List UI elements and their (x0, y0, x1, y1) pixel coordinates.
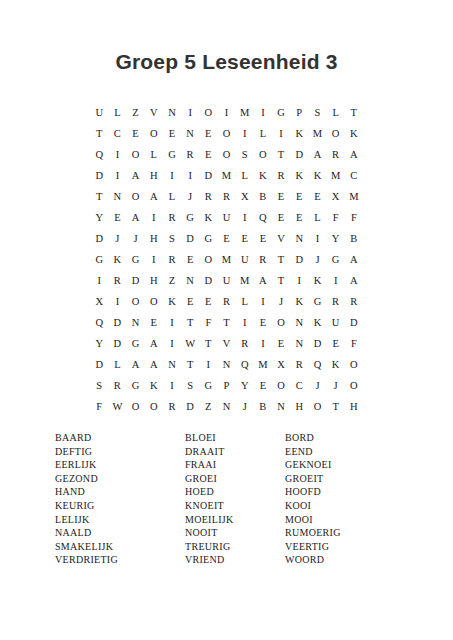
grid-cell[interactable]: L (145, 145, 163, 166)
grid-cell[interactable]: M (217, 250, 235, 271)
grid-cell[interactable]: O (217, 145, 235, 166)
grid-cell[interactable]: I (236, 124, 254, 145)
grid-cell[interactable]: A (145, 334, 163, 355)
word-list-item: VRIEND (185, 553, 234, 567)
grid-cell[interactable]: I (145, 250, 163, 271)
grid-cell[interactable]: R (163, 208, 181, 229)
word-list-item: RUMOERIG (285, 526, 341, 540)
grid-cell[interactable]: G (90, 250, 108, 271)
grid-cell[interactable]: M (236, 271, 254, 292)
word-list-item: FRAAI (185, 458, 234, 472)
grid-cell[interactable]: R (199, 187, 217, 208)
grid-cell[interactable]: A (308, 145, 326, 166)
grid-cell[interactable]: D (90, 166, 108, 187)
grid-cell[interactable]: K (199, 208, 217, 229)
grid-cell[interactable]: T (199, 334, 217, 355)
grid-cell[interactable]: J (108, 229, 126, 250)
grid-cell[interactable]: R (217, 187, 235, 208)
grid-cell[interactable]: I (145, 208, 163, 229)
grid-cell[interactable]: N (217, 397, 235, 418)
grid-cell[interactable]: L (236, 292, 254, 313)
grid-cell[interactable]: V (217, 334, 235, 355)
word-list-item: BLOEI (185, 431, 234, 445)
grid-cell[interactable]: G (126, 376, 144, 397)
grid-cell[interactable]: N (290, 334, 308, 355)
grid-cell[interactable]: Z (163, 271, 181, 292)
grid-cell[interactable]: O (145, 397, 163, 418)
grid-cell[interactable]: P (217, 376, 235, 397)
word-list-item: GEZOND (55, 472, 118, 486)
grid-cell[interactable]: E (126, 124, 144, 145)
grid-cell[interactable]: E (181, 292, 199, 313)
grid-cell[interactable]: R (108, 376, 126, 397)
grid-cell[interactable]: F (90, 397, 108, 418)
grid-cell[interactable]: L (108, 355, 126, 376)
grid-cell[interactable]: O (126, 145, 144, 166)
grid-cell[interactable]: E (108, 208, 126, 229)
grid-cell[interactable]: D (181, 397, 199, 418)
grid-cell[interactable]: I (199, 355, 217, 376)
grid-cell[interactable]: Y (236, 376, 254, 397)
grid-cell[interactable]: A (345, 145, 363, 166)
grid-cell[interactable]: U (236, 250, 254, 271)
grid-cell[interactable]: W (181, 334, 199, 355)
grid-cell[interactable]: J (181, 187, 199, 208)
grid-cell[interactable]: E (272, 334, 290, 355)
grid-cell[interactable]: A (126, 355, 144, 376)
grid-cell[interactable]: O (254, 145, 272, 166)
grid-cell[interactable]: A (345, 271, 363, 292)
grid-cell[interactable]: Q (308, 355, 326, 376)
grid-cell[interactable]: I (272, 124, 290, 145)
grid-cell[interactable]: Q (90, 313, 108, 334)
grid-cell[interactable]: I (163, 376, 181, 397)
grid-cell[interactable]: E (254, 313, 272, 334)
grid-cell[interactable]: I (90, 271, 108, 292)
grid-cell[interactable]: N (108, 187, 126, 208)
grid-cell[interactable]: L (108, 103, 126, 124)
grid-cell[interactable]: D (308, 334, 326, 355)
grid-cell[interactable]: H (290, 397, 308, 418)
grid-cell[interactable]: I (290, 271, 308, 292)
grid-cell[interactable]: X (327, 187, 345, 208)
grid-cell[interactable]: I (236, 208, 254, 229)
word-list-item: NAALD (55, 526, 118, 540)
grid-cell[interactable]: I (217, 103, 235, 124)
grid-cell[interactable]: I (108, 292, 126, 313)
grid-cell[interactable]: M (217, 166, 235, 187)
word-list-column: BAARDDEFTIGEERLIJKGEZONDHANDKEURIGLELIJK… (55, 431, 118, 567)
grid-cell[interactable]: D (199, 166, 217, 187)
grid-cell[interactable]: V (272, 229, 290, 250)
grid-cell[interactable]: I (163, 166, 181, 187)
grid-cell[interactable]: R (327, 292, 345, 313)
grid-cell[interactable]: E (145, 313, 163, 334)
grid-cell[interactable]: J (272, 292, 290, 313)
grid-cell[interactable]: O (199, 103, 217, 124)
word-list-item: HOOFD (285, 485, 341, 499)
word-search-grid: ULZVNIOIMIGPSLTTCEOENEOILIKMOKQIOLGREOSO… (0, 103, 453, 418)
grid-cell[interactable]: U (90, 103, 108, 124)
word-list-column: BORDEENDGEKNOEIGROEITHOOFDKOOIMOOIRUMOER… (285, 431, 341, 567)
word-list-item: HAND (55, 485, 118, 499)
grid-cell[interactable]: H (145, 271, 163, 292)
grid-cell[interactable]: H (345, 397, 363, 418)
grid-cell[interactable]: T (272, 250, 290, 271)
grid-cell[interactable]: E (290, 208, 308, 229)
grid-cell[interactable]: E (254, 229, 272, 250)
grid-cell[interactable]: B (345, 229, 363, 250)
word-list-item: GEKNOEI (285, 458, 341, 472)
word-list-item: BORD (285, 431, 341, 445)
grid-cell[interactable]: G (126, 334, 144, 355)
grid-cell[interactable]: L (254, 124, 272, 145)
grid-cell[interactable]: J (126, 229, 144, 250)
grid-cell[interactable]: E (199, 292, 217, 313)
grid-cell[interactable]: I (108, 145, 126, 166)
grid-cell[interactable]: O (272, 376, 290, 397)
grid-cell[interactable]: T (217, 313, 235, 334)
grid-cell[interactable]: G (163, 145, 181, 166)
grid-cell[interactable]: R (236, 334, 254, 355)
worksheet-page: Groep 5 Leseenheid 3 ULZVNIOIMIGPSLTTCEO… (0, 0, 453, 640)
grid-cell[interactable]: F (327, 208, 345, 229)
grid-cell[interactable]: O (345, 376, 363, 397)
grid-cell[interactable]: S (308, 103, 326, 124)
grid-cell[interactable]: A (126, 166, 144, 187)
grid-cell[interactable]: D (199, 271, 217, 292)
grid-cell[interactable]: K (163, 292, 181, 313)
grid-cell[interactable]: R (181, 145, 199, 166)
grid-cell[interactable]: D (108, 313, 126, 334)
grid-cell[interactable]: X (90, 292, 108, 313)
grid-cell[interactable]: J (327, 376, 345, 397)
grid-cell[interactable]: E (290, 187, 308, 208)
grid-cell[interactable]: I (308, 229, 326, 250)
grid-cell[interactable]: D (108, 334, 126, 355)
grid-cell[interactable]: J (308, 376, 326, 397)
grid-cell[interactable]: I (163, 334, 181, 355)
grid-cell[interactable]: K (308, 271, 326, 292)
grid-cell[interactable]: L (308, 208, 326, 229)
grid-cell[interactable]: E (272, 187, 290, 208)
grid-cell[interactable]: K (290, 166, 308, 187)
word-list-item: MOEILIJK (185, 513, 234, 527)
grid-cell[interactable]: Z (126, 103, 144, 124)
grid-cell[interactable]: K (108, 250, 126, 271)
grid-cell[interactable]: W (108, 397, 126, 418)
grid-cell[interactable]: N (217, 355, 235, 376)
grid-cell[interactable]: O (126, 187, 144, 208)
grid-cell[interactable]: G (126, 250, 144, 271)
grid-cell[interactable]: I (163, 313, 181, 334)
word-list-item: DRAAIT (185, 445, 234, 459)
grid-cell[interactable]: K (327, 355, 345, 376)
grid-cell[interactable]: T (90, 187, 108, 208)
grid-cell[interactable]: G (308, 292, 326, 313)
grid-cell[interactable]: N (290, 229, 308, 250)
grid-cell[interactable]: O (126, 292, 144, 313)
grid-cell[interactable]: E (272, 208, 290, 229)
grid-cell[interactable]: U (217, 208, 235, 229)
word-list-item: TREURIG (185, 540, 234, 554)
grid-cell[interactable]: O (272, 313, 290, 334)
grid-cell[interactable]: E (236, 229, 254, 250)
grid-cell[interactable]: R (163, 250, 181, 271)
grid-cell[interactable]: U (217, 271, 235, 292)
grid-cell[interactable]: M (327, 166, 345, 187)
grid-cell[interactable]: E (327, 334, 345, 355)
grid-cell[interactable]: B (254, 187, 272, 208)
grid-cell[interactable]: D (290, 250, 308, 271)
grid-cell[interactable]: E (254, 376, 272, 397)
grid-cell[interactable]: R (163, 397, 181, 418)
grid-cell[interactable]: O (217, 124, 235, 145)
word-list-item: NOOIT (185, 526, 234, 540)
word-list-item: GROEIT (285, 472, 341, 486)
grid-cell[interactable]: Y (90, 334, 108, 355)
grid-cell[interactable]: E (199, 124, 217, 145)
word-list-column: BLOEIDRAAITFRAAIGROEIHOEDKNOEITMOEILIJKN… (185, 431, 234, 567)
grid-cell[interactable]: N (126, 313, 144, 334)
grid-cell[interactable]: K (290, 124, 308, 145)
grid-cell[interactable]: G (272, 103, 290, 124)
word-list-item: DEFTIG (55, 445, 118, 459)
grid-cell[interactable]: F (345, 208, 363, 229)
grid-cell[interactable]: N (163, 355, 181, 376)
word-list-item: VERDRIETIG (55, 553, 118, 567)
word-list-item: SMAKELIJK (55, 540, 118, 554)
grid-cell[interactable]: E (217, 229, 235, 250)
grid-cell[interactable]: E (199, 145, 217, 166)
grid-cell[interactable]: A (145, 187, 163, 208)
grid-cell[interactable]: K (145, 376, 163, 397)
grid-cell[interactable]: E (163, 124, 181, 145)
grid-cell[interactable]: A (254, 271, 272, 292)
grid-cell[interactable]: N (181, 124, 199, 145)
grid-cell[interactable]: T (272, 145, 290, 166)
grid-cell[interactable]: I (181, 166, 199, 187)
grid-cell[interactable]: D (126, 271, 144, 292)
word-list-item: BAARD (55, 431, 118, 445)
grid-cell[interactable]: R (254, 250, 272, 271)
grid-cell[interactable]: Z (199, 397, 217, 418)
word-list-item: VEERTIG (285, 540, 341, 554)
grid-cell[interactable]: E (308, 187, 326, 208)
grid-cell[interactable]: D (345, 313, 363, 334)
grid-cell[interactable]: K (345, 124, 363, 145)
grid-cell[interactable]: F (345, 334, 363, 355)
grid-cell[interactable]: N (163, 103, 181, 124)
grid-cell[interactable]: D (181, 229, 199, 250)
grid-cell[interactable]: L (236, 166, 254, 187)
grid-cell[interactable]: N (272, 397, 290, 418)
grid-cell[interactable]: E (181, 250, 199, 271)
grid-cell[interactable]: T (181, 355, 199, 376)
word-list-item: KEURIG (55, 499, 118, 513)
grid-cell[interactable]: K (290, 292, 308, 313)
grid-cell[interactable]: I (108, 166, 126, 187)
grid-cell[interactable]: Y (327, 229, 345, 250)
grid-cell[interactable]: I (254, 334, 272, 355)
grid-cell[interactable]: I (236, 313, 254, 334)
grid-cell[interactable]: L (327, 103, 345, 124)
grid-cell[interactable]: O (145, 124, 163, 145)
word-list-item: HOED (185, 485, 234, 499)
grid-cell[interactable]: G (199, 376, 217, 397)
grid-cell[interactable]: Q (254, 208, 272, 229)
word-list-item: WOORD (285, 553, 341, 567)
grid-cell[interactable]: T (327, 397, 345, 418)
grid-cell[interactable]: C (108, 124, 126, 145)
grid-cell[interactable]: A (145, 355, 163, 376)
grid-cell[interactable]: O (327, 124, 345, 145)
grid-cell[interactable]: M (254, 355, 272, 376)
grid-cell[interactable]: O (126, 397, 144, 418)
page-title: Groep 5 Leseenheid 3 (0, 50, 453, 74)
grid-cell[interactable]: R (345, 292, 363, 313)
grid-cell[interactable]: C (290, 376, 308, 397)
grid-cell[interactable]: U (327, 313, 345, 334)
grid-cell[interactable]: T (272, 271, 290, 292)
grid-cell[interactable]: M (308, 124, 326, 145)
grid-cell[interactable]: V (145, 103, 163, 124)
grid-cell[interactable]: I (181, 103, 199, 124)
grid-cell[interactable]: N (290, 313, 308, 334)
word-list-item: GROEI (185, 472, 234, 486)
grid-cell[interactable]: K (254, 166, 272, 187)
grid-cell[interactable]: B (254, 397, 272, 418)
grid-cell[interactable]: S (163, 229, 181, 250)
grid-cell[interactable]: C (345, 166, 363, 187)
grid-cell[interactable]: A (126, 208, 144, 229)
grid-cell[interactable]: R (290, 355, 308, 376)
grid-cell[interactable]: H (145, 229, 163, 250)
grid-cell[interactable]: D (90, 229, 108, 250)
grid-cell[interactable]: A (345, 250, 363, 271)
word-list-item: LELIJK (55, 513, 118, 527)
grid-cell[interactable]: I (254, 103, 272, 124)
grid-cell[interactable]: N (181, 271, 199, 292)
grid-cell[interactable]: T (345, 103, 363, 124)
grid-cell[interactable]: Y (90, 208, 108, 229)
grid-cell[interactable]: O (345, 355, 363, 376)
grid-cell[interactable]: D (90, 355, 108, 376)
grid-cell[interactable]: F (199, 313, 217, 334)
grid-cell[interactable]: S (90, 376, 108, 397)
grid-cell[interactable]: I (327, 271, 345, 292)
grid-cell[interactable]: P (290, 103, 308, 124)
grid-cell[interactable]: G (199, 229, 217, 250)
grid-cell[interactable]: K (308, 166, 326, 187)
grid-cell[interactable]: T (90, 124, 108, 145)
word-list-item: EERLIJK (55, 458, 118, 472)
grid-cell[interactable]: X (236, 187, 254, 208)
grid-cell[interactable]: Q (236, 355, 254, 376)
grid-cell[interactable]: O (308, 397, 326, 418)
grid-cell[interactable]: T (181, 313, 199, 334)
grid-cell[interactable]: R (108, 271, 126, 292)
grid-cell[interactable]: I (254, 292, 272, 313)
grid-cell[interactable]: H (145, 166, 163, 187)
grid-cell[interactable]: K (308, 313, 326, 334)
word-list-item: KNOEIT (185, 499, 234, 513)
grid-cell[interactable]: R (327, 145, 345, 166)
grid-cell[interactable]: O (145, 292, 163, 313)
grid-cell[interactable]: S (236, 145, 254, 166)
grid-cell[interactable]: Q (90, 145, 108, 166)
grid-cell[interactable]: X (272, 355, 290, 376)
grid-cell[interactable]: G (327, 250, 345, 271)
word-list-item: EEND (285, 445, 341, 459)
grid-cell[interactable]: M (236, 103, 254, 124)
grid-cell[interactable]: R (272, 166, 290, 187)
grid-cell[interactable]: L (163, 187, 181, 208)
grid-cell[interactable]: R (217, 292, 235, 313)
word-list-item: MOOI (285, 513, 341, 527)
grid-cell[interactable]: J (308, 250, 326, 271)
grid-cell[interactable]: M (345, 187, 363, 208)
grid-cell[interactable]: S (181, 376, 199, 397)
grid-cell[interactable]: O (199, 250, 217, 271)
grid-cell[interactable]: D (290, 145, 308, 166)
grid-cell[interactable]: J (236, 397, 254, 418)
grid-cell[interactable]: G (181, 208, 199, 229)
word-list-item: KOOI (285, 499, 341, 513)
